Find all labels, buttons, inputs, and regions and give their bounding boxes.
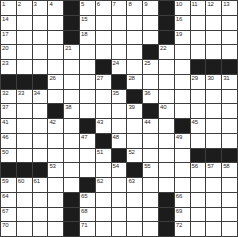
- cell-r12c7[interactable]: [96, 163, 111, 177]
- cell-r7c7[interactable]: [96, 90, 111, 104]
- cell-r9c11[interactable]: [159, 119, 174, 133]
- cell-r12c4[interactable]: 53: [48, 163, 63, 177]
- clue-number: 68: [81, 208, 87, 215]
- cell-r2c14[interactable]: [206, 16, 221, 30]
- cell-r11c5[interactable]: [64, 149, 79, 163]
- cell-r5c5[interactable]: [64, 60, 79, 74]
- cell-r7c15[interactable]: [222, 90, 237, 104]
- clue-number: 18: [81, 31, 87, 38]
- cell-r4c3[interactable]: [33, 45, 48, 59]
- cell-r5c13: [191, 60, 206, 74]
- cell-r5c1[interactable]: 23: [1, 60, 16, 74]
- cell-r4c2[interactable]: [17, 45, 32, 59]
- cell-r12c9: [127, 163, 142, 177]
- cell-r1c3[interactable]: 3: [33, 1, 48, 15]
- cell-r16c13[interactable]: [191, 222, 206, 236]
- cell-r6c4[interactable]: 26: [48, 75, 63, 89]
- cell-r6c11[interactable]: [159, 75, 174, 89]
- cell-r14c1[interactable]: 64: [1, 193, 16, 207]
- cell-r5c2[interactable]: [17, 60, 32, 74]
- clue-number: 40: [160, 104, 166, 111]
- cell-r15c6[interactable]: 68: [80, 208, 95, 222]
- clue-number: 36: [144, 90, 150, 97]
- cell-r13c7[interactable]: 62: [96, 178, 111, 192]
- cell-r13c9[interactable]: 63: [127, 178, 142, 192]
- cell-r11c7[interactable]: 51: [96, 149, 111, 163]
- cell-r2c5: [64, 16, 79, 30]
- cell-r9c5[interactable]: [64, 119, 79, 133]
- cell-r5c8[interactable]: 24: [112, 60, 127, 74]
- cell-r10c5[interactable]: [64, 134, 79, 148]
- cell-r1c4[interactable]: 4: [48, 1, 63, 15]
- cell-r14c8[interactable]: [112, 193, 127, 207]
- cell-r3c14[interactable]: [206, 31, 221, 45]
- cell-r1c6[interactable]: 5: [80, 1, 95, 15]
- cell-r10c12[interactable]: 49: [175, 134, 190, 148]
- clue-number: 2: [18, 1, 21, 8]
- cell-r15c15[interactable]: [222, 208, 237, 222]
- cell-r4c11[interactable]: 22: [159, 45, 174, 59]
- clue-number: 25: [144, 60, 150, 67]
- cell-r14c9[interactable]: [127, 193, 142, 207]
- cell-r4c4[interactable]: [48, 45, 63, 59]
- cell-r11c15: [222, 149, 237, 163]
- cell-r9c9[interactable]: [127, 119, 142, 133]
- cell-r16c15[interactable]: [222, 222, 237, 236]
- cell-r11c3[interactable]: [33, 149, 48, 163]
- cell-r11c8: [112, 149, 127, 163]
- cell-r1c13[interactable]: 11: [191, 1, 206, 15]
- cell-r3c10[interactable]: [143, 31, 158, 45]
- cell-r14c2[interactable]: [17, 193, 32, 207]
- cell-r4c10: [143, 45, 158, 59]
- cell-r10c10[interactable]: [143, 134, 158, 148]
- cell-r1c12[interactable]: 10: [175, 1, 190, 15]
- cell-r2c12[interactable]: 16: [175, 16, 190, 30]
- cell-r12c11[interactable]: [159, 163, 174, 177]
- cell-r8c13[interactable]: [191, 104, 206, 118]
- clue-number: 39: [128, 104, 134, 111]
- cell-r11c6[interactable]: [80, 149, 95, 163]
- cell-r6c10[interactable]: [143, 75, 158, 89]
- clue-number: 31: [223, 75, 229, 82]
- cell-r13c2[interactable]: 60: [17, 178, 32, 192]
- cell-r14c5: [64, 193, 79, 207]
- cell-r2c7[interactable]: [96, 16, 111, 30]
- clue-number: 5: [81, 1, 84, 8]
- clue-number: 63: [128, 178, 134, 185]
- cell-r8c2[interactable]: [17, 104, 32, 118]
- cell-r7c8[interactable]: 35: [112, 90, 127, 104]
- cell-r15c14[interactable]: [206, 208, 221, 222]
- clue-number: 60: [18, 178, 24, 185]
- cell-r13c14[interactable]: [206, 178, 221, 192]
- clue-number: 6: [97, 1, 100, 8]
- cell-r9c14[interactable]: [206, 119, 221, 133]
- clue-number: 65: [81, 193, 87, 200]
- cell-r10c2[interactable]: [17, 134, 32, 148]
- cell-r12c2: [17, 163, 32, 177]
- cell-r6c12[interactable]: [175, 75, 190, 89]
- cell-r4c13[interactable]: [191, 45, 206, 59]
- clue-number: 61: [34, 178, 40, 185]
- cell-r5c9[interactable]: [127, 60, 142, 74]
- clue-number: 43: [97, 119, 103, 126]
- cell-r16c12[interactable]: 72: [175, 222, 190, 236]
- cell-r7c12[interactable]: [175, 90, 190, 104]
- cell-r7c13[interactable]: [191, 90, 206, 104]
- cell-r4c14[interactable]: [206, 45, 221, 59]
- clue-number: 69: [176, 208, 182, 215]
- cell-r9c13[interactable]: 45: [191, 119, 206, 133]
- cell-r12c3: [33, 163, 48, 177]
- cell-r3c12[interactable]: 19: [175, 31, 190, 45]
- cell-r11c1[interactable]: 50: [1, 149, 16, 163]
- cell-r5c3[interactable]: [33, 60, 48, 74]
- cell-r13c3[interactable]: 61: [33, 178, 48, 192]
- cell-r6c3: [33, 75, 48, 89]
- cell-r12c6[interactable]: [80, 163, 95, 177]
- cell-r16c3[interactable]: [33, 222, 48, 236]
- cell-r7c6[interactable]: [80, 90, 95, 104]
- cell-r7c10[interactable]: 36: [143, 90, 158, 104]
- cell-r9c4[interactable]: 42: [48, 119, 63, 133]
- clue-number: 72: [176, 222, 182, 229]
- cell-r10c4[interactable]: [48, 134, 63, 148]
- cell-r3c1[interactable]: 17: [1, 31, 16, 45]
- cell-r16c6[interactable]: 71: [80, 222, 95, 236]
- cell-r12c13[interactable]: 56: [191, 163, 206, 177]
- cell-r13c15[interactable]: [222, 178, 237, 192]
- cell-r9c3[interactable]: [33, 119, 48, 133]
- cell-r11c9[interactable]: 52: [127, 149, 142, 163]
- cell-r4c9[interactable]: [127, 45, 142, 59]
- cell-r11c11[interactable]: [159, 149, 174, 163]
- cell-r6c2: [17, 75, 32, 89]
- cell-r11c13: [191, 149, 206, 163]
- clue-number: 10: [176, 1, 182, 8]
- clue-number: 59: [2, 178, 8, 185]
- cell-r15c12[interactable]: 69: [175, 208, 190, 222]
- cell-r10c8[interactable]: 48: [112, 134, 127, 148]
- cell-r15c10[interactable]: [143, 208, 158, 222]
- cell-r3c4[interactable]: [48, 31, 63, 45]
- clue-number: 70: [2, 222, 8, 229]
- cell-r15c9[interactable]: [127, 208, 142, 222]
- cell-r16c5: [64, 222, 79, 236]
- cell-r1c9[interactable]: 8: [127, 1, 142, 15]
- clue-number: 53: [49, 163, 55, 170]
- cell-r5c15: [222, 60, 237, 74]
- clue-number: 19: [176, 31, 182, 38]
- cell-r5c10[interactable]: 25: [143, 60, 158, 74]
- clue-number: 23: [2, 60, 8, 67]
- cell-r3c13[interactable]: [191, 31, 206, 45]
- cell-r3c7[interactable]: [96, 31, 111, 45]
- cell-r10c1[interactable]: 46: [1, 134, 16, 148]
- cell-r8c15[interactable]: [222, 104, 237, 118]
- cell-r6c14[interactable]: 30: [206, 75, 221, 89]
- cell-r2c11: [159, 16, 174, 30]
- cell-r6c6[interactable]: [80, 75, 95, 89]
- cell-r6c8: [112, 75, 127, 89]
- cell-r14c4[interactable]: [48, 193, 63, 207]
- cell-r12c12[interactable]: [175, 163, 190, 177]
- clue-number: 62: [97, 178, 103, 185]
- cell-r9c6: [80, 119, 95, 133]
- cell-r8c14[interactable]: [206, 104, 221, 118]
- cell-r9c12: [175, 119, 190, 133]
- cell-r10c6[interactable]: 47: [80, 134, 95, 148]
- cell-r4c15[interactable]: [222, 45, 237, 59]
- cell-r1c7[interactable]: 6: [96, 1, 111, 15]
- cell-r3c5: [64, 31, 79, 45]
- cell-r7c5[interactable]: [64, 90, 79, 104]
- clue-number: 11: [192, 1, 198, 8]
- cell-r16c9[interactable]: [127, 222, 142, 236]
- clue-number: 17: [2, 31, 8, 38]
- cell-r10c9[interactable]: [127, 134, 142, 148]
- clue-number: 64: [2, 193, 8, 200]
- cell-r8c8[interactable]: [112, 104, 127, 118]
- cell-r7c4[interactable]: [48, 90, 63, 104]
- cell-r6c13[interactable]: 29: [191, 75, 206, 89]
- clue-number: 7: [113, 1, 116, 8]
- cell-r1c14[interactable]: 12: [206, 1, 221, 15]
- crossword-grid: 1234567891011121314151617181920212223242…: [0, 0, 238, 237]
- cell-r2c9[interactable]: [127, 16, 142, 30]
- clue-number: 1: [2, 1, 5, 8]
- cell-r16c4[interactable]: [48, 222, 63, 236]
- cell-r12c10[interactable]: 55: [143, 163, 158, 177]
- clue-number: 57: [207, 163, 213, 170]
- cell-r9c7[interactable]: 43: [96, 119, 111, 133]
- clue-number: 55: [144, 163, 150, 170]
- cell-r2c6[interactable]: 15: [80, 16, 95, 30]
- cell-r2c13[interactable]: [191, 16, 206, 30]
- cell-r13c11[interactable]: [159, 178, 174, 192]
- cell-r2c10[interactable]: [143, 16, 158, 30]
- cell-r14c10[interactable]: [143, 193, 158, 207]
- cell-r5c11[interactable]: [159, 60, 174, 74]
- clue-number: 9: [144, 1, 147, 8]
- clue-number: 46: [2, 134, 8, 141]
- cell-r14c13[interactable]: [191, 193, 206, 207]
- cell-r7c3[interactable]: 34: [33, 90, 48, 104]
- cell-r10c15[interactable]: [222, 134, 237, 148]
- cell-r1c15[interactable]: 13: [222, 1, 237, 15]
- cell-r2c3[interactable]: [33, 16, 48, 30]
- clue-number: 44: [144, 119, 150, 126]
- clue-number: 52: [128, 149, 134, 156]
- cell-r9c10[interactable]: 44: [143, 119, 158, 133]
- cell-r1c2[interactable]: 2: [17, 1, 32, 15]
- cell-r2c2[interactable]: [17, 16, 32, 30]
- cell-r15c7[interactable]: [96, 208, 111, 222]
- cell-r4c1[interactable]: 20: [1, 45, 16, 59]
- clue-number: 51: [97, 149, 103, 156]
- clue-number: 48: [113, 134, 119, 141]
- cell-r1c8[interactable]: 7: [112, 1, 127, 15]
- cell-r11c2[interactable]: [17, 149, 32, 163]
- cell-r9c8[interactable]: [112, 119, 127, 133]
- cell-r1c10[interactable]: 9: [143, 1, 158, 15]
- clue-number: 41: [2, 119, 8, 126]
- cell-r15c8[interactable]: [112, 208, 127, 222]
- cell-r11c12[interactable]: [175, 149, 190, 163]
- cell-r6c1: [1, 75, 16, 89]
- clue-number: 13: [223, 1, 229, 8]
- clue-number: 49: [176, 134, 182, 141]
- cell-r15c2[interactable]: [17, 208, 32, 222]
- cell-r9c2[interactable]: [17, 119, 32, 133]
- cell-r13c1[interactable]: 59: [1, 178, 16, 192]
- clue-number: 50: [2, 149, 8, 156]
- clue-number: 30: [207, 75, 213, 82]
- cell-r5c4[interactable]: [48, 60, 63, 74]
- cell-r3c9[interactable]: [127, 31, 142, 45]
- cell-r4c12[interactable]: [175, 45, 190, 59]
- cell-r14c14[interactable]: [206, 193, 221, 207]
- cell-r12c1: [1, 163, 16, 177]
- cell-r15c13[interactable]: [191, 208, 206, 222]
- cell-r13c12[interactable]: [175, 178, 190, 192]
- cell-r10c13[interactable]: [191, 134, 206, 148]
- cell-r2c8[interactable]: [112, 16, 127, 30]
- cell-r12c14[interactable]: 57: [206, 163, 221, 177]
- cell-r6c15[interactable]: 31: [222, 75, 237, 89]
- cell-r7c2[interactable]: 33: [17, 90, 32, 104]
- clue-number: 37: [2, 104, 8, 111]
- clue-number: 47: [81, 134, 87, 141]
- cell-r16c7[interactable]: [96, 222, 111, 236]
- cell-r8c5[interactable]: 38: [64, 104, 79, 118]
- cell-r8c3[interactable]: [33, 104, 48, 118]
- clue-number: 15: [81, 16, 87, 23]
- cell-r5c14: [206, 60, 221, 74]
- clue-number: 35: [113, 90, 119, 97]
- clue-number: 27: [97, 75, 103, 82]
- clue-number: 32: [2, 90, 8, 97]
- cell-r2c1[interactable]: 14: [1, 16, 16, 30]
- cell-r5c12[interactable]: [175, 60, 190, 74]
- clue-number: 33: [18, 90, 24, 97]
- cell-r3c2[interactable]: [17, 31, 32, 45]
- cell-r2c4[interactable]: [48, 16, 63, 30]
- cell-r13c13[interactable]: [191, 178, 206, 192]
- cell-r14c7[interactable]: [96, 193, 111, 207]
- cell-r9c15[interactable]: [222, 119, 237, 133]
- cell-r11c10[interactable]: [143, 149, 158, 163]
- cell-r16c14[interactable]: [206, 222, 221, 236]
- cell-r4c6[interactable]: [80, 45, 95, 59]
- cell-r14c15[interactable]: [222, 193, 237, 207]
- cell-r6c9[interactable]: 28: [127, 75, 142, 89]
- cell-r16c10[interactable]: [143, 222, 158, 236]
- clue-number: 22: [160, 45, 166, 52]
- cell-r3c11: [159, 31, 174, 45]
- cell-r16c8[interactable]: [112, 222, 127, 236]
- cell-r1c1[interactable]: 1: [1, 1, 16, 15]
- cell-r13c10[interactable]: [143, 178, 158, 192]
- cell-r8c7[interactable]: [96, 104, 111, 118]
- cell-r8c10: [143, 104, 158, 118]
- cell-r16c11: [159, 222, 174, 236]
- cell-r8c9[interactable]: 39: [127, 104, 142, 118]
- cell-r12c15[interactable]: 58: [222, 163, 237, 177]
- cell-r10c14[interactable]: [206, 134, 221, 148]
- cell-r15c5: [64, 208, 79, 222]
- cell-r14c6[interactable]: 65: [80, 193, 95, 207]
- cell-r13c5[interactable]: [64, 178, 79, 192]
- cell-r14c3[interactable]: [33, 193, 48, 207]
- cell-r7c1[interactable]: 32: [1, 90, 16, 104]
- clue-number: 21: [65, 45, 71, 52]
- cell-r13c4[interactable]: [48, 178, 63, 192]
- cell-r7c11[interactable]: [159, 90, 174, 104]
- cell-r5c6[interactable]: [80, 60, 95, 74]
- cell-r16c2[interactable]: [17, 222, 32, 236]
- clue-number: 56: [192, 163, 198, 170]
- clue-number: 58: [223, 163, 229, 170]
- cell-r1c11: [159, 1, 174, 15]
- cell-r15c3[interactable]: [33, 208, 48, 222]
- cell-r3c3[interactable]: [33, 31, 48, 45]
- cell-r16c1[interactable]: 70: [1, 222, 16, 236]
- cell-r8c11[interactable]: 40: [159, 104, 174, 118]
- clue-number: 34: [34, 90, 40, 97]
- cell-r6c5[interactable]: [64, 75, 79, 89]
- cell-r10c11[interactable]: [159, 134, 174, 148]
- cell-r3c8[interactable]: [112, 31, 127, 45]
- clue-number: 67: [2, 208, 8, 215]
- cell-r1c5: [64, 1, 79, 15]
- cell-r12c5[interactable]: [64, 163, 79, 177]
- cell-r4c7[interactable]: [96, 45, 111, 59]
- cell-r2c15[interactable]: [222, 16, 237, 30]
- cell-r14c12[interactable]: 66: [175, 193, 190, 207]
- cell-r8c6[interactable]: [80, 104, 95, 118]
- cell-r4c8[interactable]: [112, 45, 127, 59]
- cell-r7c14[interactable]: [206, 90, 221, 104]
- clue-number: 28: [128, 75, 134, 82]
- cell-r8c12[interactable]: [175, 104, 190, 118]
- cell-r9c1[interactable]: 41: [1, 119, 16, 133]
- cell-r11c14: [206, 149, 221, 163]
- cell-r11c4[interactable]: [48, 149, 63, 163]
- clue-number: 38: [65, 104, 71, 111]
- clue-number: 29: [192, 75, 198, 82]
- cell-r7c9: [127, 90, 142, 104]
- clue-number: 71: [81, 222, 87, 229]
- cell-r15c4[interactable]: [48, 208, 63, 222]
- cell-r10c3[interactable]: [33, 134, 48, 148]
- cell-r13c8[interactable]: [112, 178, 127, 192]
- cell-r4c5[interactable]: 21: [64, 45, 79, 59]
- cell-r12c8[interactable]: 54: [112, 163, 127, 177]
- clue-number: 42: [49, 119, 55, 126]
- cell-r8c4: [48, 104, 63, 118]
- clue-number: 14: [2, 16, 8, 23]
- cell-r3c6[interactable]: 18: [80, 31, 95, 45]
- cell-r10c7: [96, 134, 111, 148]
- cell-r3c15[interactable]: [222, 31, 237, 45]
- cell-r6c7[interactable]: 27: [96, 75, 111, 89]
- cell-r8c1[interactable]: 37: [1, 104, 16, 118]
- cell-r15c1[interactable]: 67: [1, 208, 16, 222]
- cell-r13c6: [80, 178, 95, 192]
- clue-number: 8: [128, 1, 131, 8]
